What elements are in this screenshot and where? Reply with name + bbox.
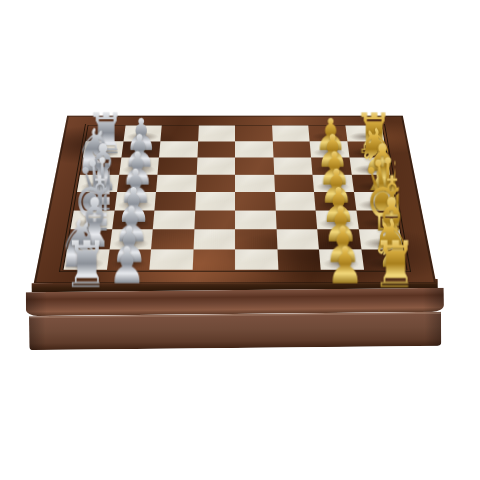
playing-area: ♜♟♟♜♞♟♟♞♝♟♟♝♛♟♟♛♚♟♟♚♝♟♟♝♞♟♟♞♜♟♟♜	[62, 125, 407, 270]
product-photo: ♜♟♟♜♞♟♟♞♝♟♟♝♛♟♟♛♚♟♟♚♝♟♟♝♞♟♟♞♜♟♟♜	[0, 0, 480, 480]
square-a3[interactable]	[160, 125, 198, 141]
square-h7[interactable]: ♟	[319, 249, 364, 270]
chess-board[interactable]: ♜♟♟♜♞♟♟♞♝♟♟♝♛♟♟♛♚♟♟♚♝♟♟♝♞♟♟♞♜♟♟♜	[34, 116, 436, 284]
square-g4[interactable]	[193, 229, 235, 249]
square-g3[interactable]	[151, 229, 194, 249]
piece-black-rook[interactable]: ♜	[371, 233, 407, 298]
square-c6[interactable]	[273, 157, 312, 174]
square-h2[interactable]: ♟	[106, 249, 151, 270]
square-c3[interactable]	[158, 157, 197, 174]
square-b6[interactable]	[272, 141, 311, 157]
square-e6[interactable]	[275, 192, 316, 210]
square-h3[interactable]	[149, 249, 193, 270]
square-d4[interactable]	[196, 174, 236, 192]
square-d6[interactable]	[274, 174, 314, 192]
square-f6[interactable]	[275, 210, 317, 229]
square-b4[interactable]	[197, 141, 235, 157]
piece-white-rook[interactable]: ♜	[63, 233, 99, 298]
square-e3[interactable]	[154, 192, 195, 210]
square-c5[interactable]	[235, 157, 274, 174]
square-f5[interactable]	[235, 210, 276, 229]
square-b3[interactable]	[159, 141, 198, 157]
square-f4[interactable]	[194, 210, 235, 229]
square-d3[interactable]	[156, 174, 196, 192]
square-e4[interactable]	[195, 192, 235, 210]
board-scene: ♜♟♟♜♞♟♟♞♝♟♟♝♛♟♟♛♚♟♟♚♝♟♟♝♞♟♟♞♜♟♟♜	[15, 12, 455, 372]
piece-white-pawn[interactable]: ♟	[108, 240, 144, 291]
board-pinstripe: ♜♟♟♜♞♟♟♞♝♟♟♝♛♟♟♛♚♟♟♚♝♟♟♝♞♟♟♞♜♟♟♜	[59, 124, 411, 272]
square-h6[interactable]	[277, 249, 321, 270]
square-d5[interactable]	[235, 174, 275, 192]
square-h5[interactable]	[235, 249, 278, 270]
square-f3[interactable]	[153, 210, 195, 229]
board-burl-border: ♜♟♟♜♞♟♟♞♝♟♟♝♛♟♟♛♚♟♟♚♝♟♟♝♞♟♟♞♜♟♟♜	[34, 116, 436, 284]
square-a5[interactable]	[235, 125, 272, 141]
square-h1[interactable]: ♜	[64, 249, 110, 270]
square-g6[interactable]	[276, 229, 319, 249]
square-e5[interactable]	[235, 192, 275, 210]
square-h4[interactable]	[192, 249, 235, 270]
square-g5[interactable]	[235, 229, 277, 249]
square-c4[interactable]	[196, 157, 235, 174]
square-a6[interactable]	[272, 125, 310, 141]
square-a4[interactable]	[198, 125, 235, 141]
piece-black-pawn[interactable]: ♟	[326, 240, 362, 291]
square-b5[interactable]	[235, 141, 273, 157]
